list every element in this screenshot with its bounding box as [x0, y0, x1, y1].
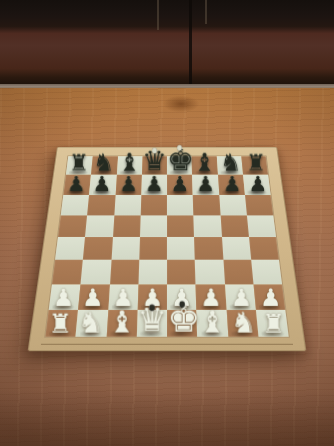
square-h3[interactable]: [251, 260, 282, 284]
square-c5[interactable]: [113, 215, 141, 237]
square-h5[interactable]: [247, 215, 276, 237]
square-e7[interactable]: ♟: [167, 175, 193, 195]
square-a5[interactable]: [58, 215, 87, 237]
square-b7[interactable]: ♟: [89, 175, 116, 195]
square-g1[interactable]: ♞: [226, 310, 258, 337]
white-knight[interactable]: ♞: [228, 308, 258, 337]
white-pawn[interactable]: ♟: [256, 286, 286, 310]
black-king[interactable]: ♚: [167, 144, 192, 175]
square-d1[interactable]: ♛: [137, 310, 167, 337]
furniture-glint: [205, 0, 207, 24]
white-rook[interactable]: ♜: [45, 310, 75, 337]
square-d3[interactable]: [138, 260, 167, 284]
black-pawn[interactable]: ♟: [245, 174, 271, 195]
white-knight[interactable]: ♞: [76, 308, 106, 337]
contrast-finial: [177, 145, 182, 151]
square-d7[interactable]: ♟: [141, 175, 167, 195]
square-h7[interactable]: ♟: [243, 175, 271, 195]
square-g6[interactable]: [219, 195, 247, 216]
square-a7[interactable]: ♟: [63, 175, 91, 195]
square-g5[interactable]: [220, 215, 249, 237]
square-e3[interactable]: [167, 260, 196, 284]
square-e5[interactable]: [167, 215, 194, 237]
square-f1[interactable]: ♝: [197, 310, 228, 337]
black-pawn[interactable]: ♟: [193, 174, 219, 195]
square-d5[interactable]: [140, 215, 167, 237]
square-e1[interactable]: ♚: [167, 310, 197, 337]
black-pawn[interactable]: ♟: [167, 174, 193, 195]
square-a3[interactable]: [52, 260, 83, 284]
square-b6[interactable]: [87, 195, 115, 216]
square-f7[interactable]: ♟: [192, 175, 219, 195]
square-d6[interactable]: [140, 195, 167, 216]
square-c3[interactable]: [110, 260, 140, 284]
square-c1[interactable]: ♝: [106, 310, 137, 337]
furniture-panel-seam: [189, 0, 192, 84]
black-queen[interactable]: ♛: [142, 147, 167, 175]
square-a4[interactable]: [55, 237, 85, 260]
contrast-finial: [179, 301, 185, 308]
square-c6[interactable]: [114, 195, 141, 216]
square-f4[interactable]: [194, 237, 223, 260]
square-f3[interactable]: [195, 260, 225, 284]
photo-stage: ♜♞♝♛♚♝♞♜♟♟♟♟♟♟♟♟♟♟♟♟♟♟♟♟♜♞♝♛♚♝♞♜: [0, 0, 334, 446]
square-c4[interactable]: [111, 237, 140, 260]
square-b5[interactable]: [85, 215, 114, 237]
square-b4[interactable]: [83, 237, 112, 260]
square-a2[interactable]: ♟: [49, 284, 81, 310]
white-pawn[interactable]: ♟: [49, 286, 79, 310]
square-e4[interactable]: [167, 237, 195, 260]
furniture-glint: [157, 0, 159, 30]
square-e6[interactable]: [167, 195, 194, 216]
black-pawn[interactable]: ♟: [89, 174, 115, 195]
white-queen[interactable]: ♛: [137, 303, 167, 336]
black-pawn[interactable]: ♟: [141, 174, 167, 195]
square-a1[interactable]: ♜: [45, 310, 78, 337]
dark-furniture-background: [0, 0, 334, 88]
white-bishop[interactable]: ♝: [106, 307, 136, 337]
square-d4[interactable]: [139, 237, 167, 260]
square-g4[interactable]: [222, 237, 251, 260]
square-b1[interactable]: ♞: [76, 310, 108, 337]
chess-board-frame: ♜♞♝♛♚♝♞♜♟♟♟♟♟♟♟♟♟♟♟♟♟♟♟♟♜♞♝♛♚♝♞♜: [28, 147, 307, 351]
contrast-finial: [152, 148, 157, 154]
board-scene: ♜♞♝♛♚♝♞♜♟♟♟♟♟♟♟♟♟♟♟♟♟♟♟♟♜♞♝♛♚♝♞♜: [44, 114, 290, 360]
square-b3[interactable]: [81, 260, 111, 284]
square-h4[interactable]: [249, 237, 279, 260]
square-c7[interactable]: ♟: [115, 175, 142, 195]
chess-board: ♜♞♝♛♚♝♞♜♟♟♟♟♟♟♟♟♟♟♟♟♟♟♟♟♜♞♝♛♚♝♞♜: [44, 155, 290, 337]
square-g3[interactable]: [223, 260, 253, 284]
black-pawn[interactable]: ♟: [115, 174, 141, 195]
black-pawn[interactable]: ♟: [219, 174, 245, 195]
white-rook[interactable]: ♜: [258, 310, 288, 337]
square-h6[interactable]: [245, 195, 274, 216]
square-f5[interactable]: [194, 215, 222, 237]
black-pawn[interactable]: ♟: [63, 174, 89, 195]
square-h2[interactable]: ♟: [253, 284, 285, 310]
white-bishop[interactable]: ♝: [197, 307, 227, 337]
white-king[interactable]: ♚: [167, 300, 197, 337]
square-f6[interactable]: [193, 195, 220, 216]
square-a6[interactable]: [61, 195, 90, 216]
contrast-finial: [149, 304, 155, 311]
square-h1[interactable]: ♜: [256, 310, 289, 337]
square-g7[interactable]: ♟: [218, 175, 245, 195]
